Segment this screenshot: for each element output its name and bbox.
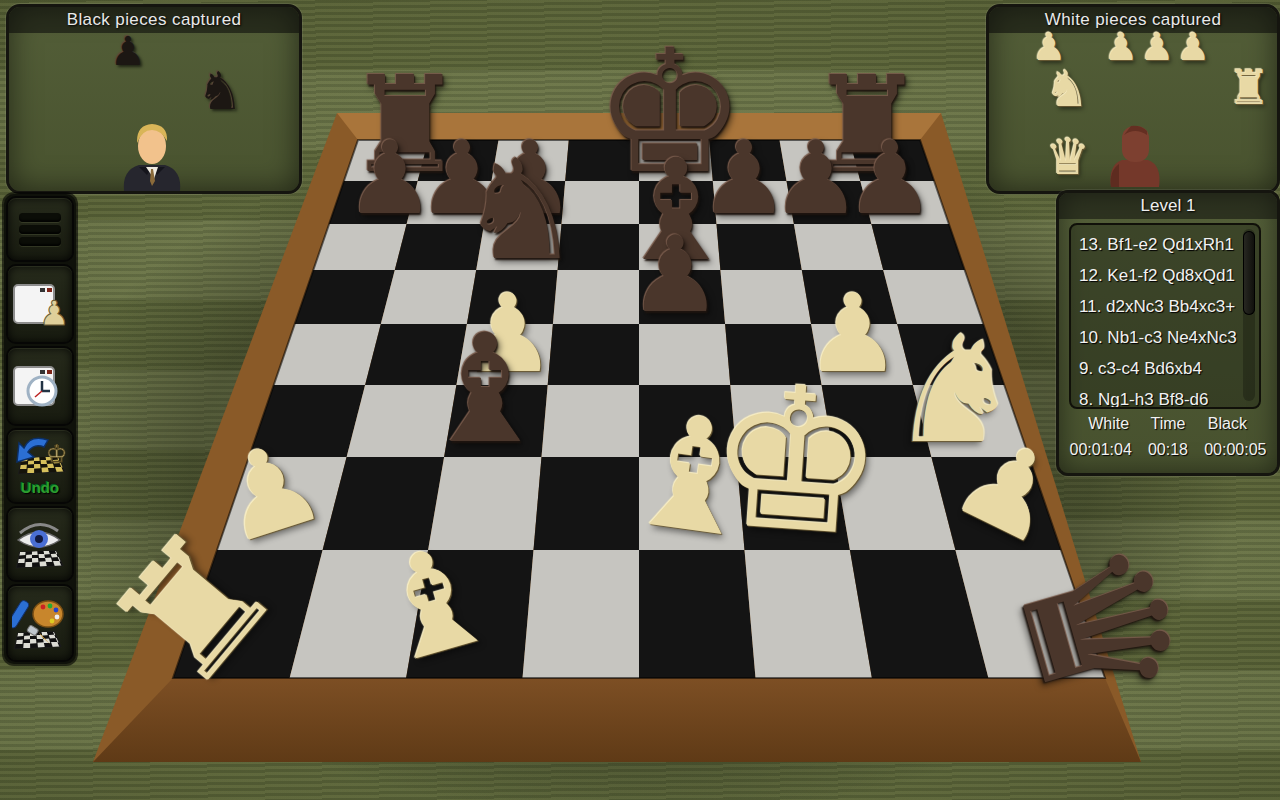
captured-white-pawn: ♟	[1140, 28, 1174, 66]
game-stage: ♜♚♜♟♟♟♟♟♟♞♝♟♟♟♝♞♟♝♚♟♜♝♛ Black pieces cap…	[0, 0, 1280, 800]
menu-icon	[19, 213, 61, 222]
captured-white-knight: ♞	[1045, 64, 1090, 114]
new-game-icon: ♟	[12, 282, 68, 326]
black-player-avatar	[1105, 123, 1165, 187]
white-captured-tray: White pieces captured ♟♟♟♟♞♜♛	[986, 4, 1280, 194]
captured-white-rook: ♜	[1227, 63, 1270, 111]
svg-text:♟: ♟	[39, 293, 68, 326]
paint-icon	[12, 601, 68, 645]
view-button[interactable]	[6, 506, 74, 582]
level-title: Level 1	[1059, 193, 1277, 219]
move-row: 9. c3-c4 Bd6xb4	[1079, 353, 1259, 384]
undo-button[interactable]: ♔ Undo	[6, 428, 74, 504]
move-row: 11. d2xNc3 Bb4xc3+	[1079, 291, 1259, 322]
move-row: 10. Nb1-c3 Ne4xNc3	[1079, 322, 1259, 353]
piece-black-pawn-e5[interactable]: ♟	[628, 223, 722, 328]
menu-button[interactable]	[6, 196, 74, 262]
clock-header: Black	[1198, 415, 1257, 433]
undo-label: Undo	[21, 479, 59, 496]
piece-black-bishop-c3[interactable]: ♝	[418, 314, 552, 464]
undo-icon: ♔	[12, 436, 68, 476]
captured-black-knight: ♞	[197, 65, 244, 117]
captured-white-pawn: ♟	[1176, 28, 1210, 66]
square-d1[interactable]	[523, 550, 640, 678]
piece-black-pawn-h7[interactable]: ♟	[845, 128, 936, 229]
clock-header: Time	[1138, 415, 1197, 433]
board-frame-front-rail	[93, 678, 1141, 762]
clock-value: 00:18	[1134, 441, 1201, 459]
clock-value: 00:00:05	[1202, 441, 1269, 459]
square-d4[interactable]	[548, 324, 639, 385]
move-row: 8. Ng1-h3 Bf8-d6	[1079, 384, 1259, 409]
move-list[interactable]: 13. Bf1-e2 Qd1xRh112. Ke1-f2 Qd8xQd111. …	[1069, 223, 1261, 409]
board-theme-button[interactable]	[6, 584, 74, 662]
svg-text:♔: ♔	[46, 440, 68, 468]
time-settings-button[interactable]	[6, 346, 74, 426]
toolbar: ♟ ♔	[4, 194, 76, 664]
piece-white-king-f2[interactable]: ♚	[701, 356, 891, 565]
clock-headers: WhiteTimeBlack	[1067, 415, 1269, 433]
captured-black-pawn: ♟	[110, 31, 146, 71]
move-row: 12. Ke1-f2 Qd8xQd1	[1079, 260, 1259, 291]
scrollbar-track[interactable]	[1243, 229, 1255, 401]
clock-values: 00:01:0400:1800:00:05	[1067, 441, 1269, 459]
piece-black-knight-c6[interactable]: ♞	[458, 142, 582, 280]
captured-white-pawn: ♟	[1104, 28, 1138, 66]
scrollbar-thumb[interactable]	[1243, 231, 1255, 315]
eye-icon	[12, 522, 68, 566]
black-captured-title: Black pieces captured	[9, 7, 299, 33]
black-captured-tray: Black pieces captured ♟♞	[6, 4, 302, 194]
white-player-avatar	[117, 117, 187, 191]
clock-header: White	[1079, 415, 1138, 433]
captured-white-queen: ♛	[1046, 132, 1091, 182]
move-row: 13. Bf1-e2 Qd1xRh1	[1079, 229, 1259, 260]
move-panel: Level 1 13. Bf1-e2 Qd1xRh112. Ke1-f2 Qd8…	[1056, 190, 1280, 476]
new-game-button[interactable]: ♟	[6, 264, 74, 344]
clock-icon	[12, 364, 68, 408]
